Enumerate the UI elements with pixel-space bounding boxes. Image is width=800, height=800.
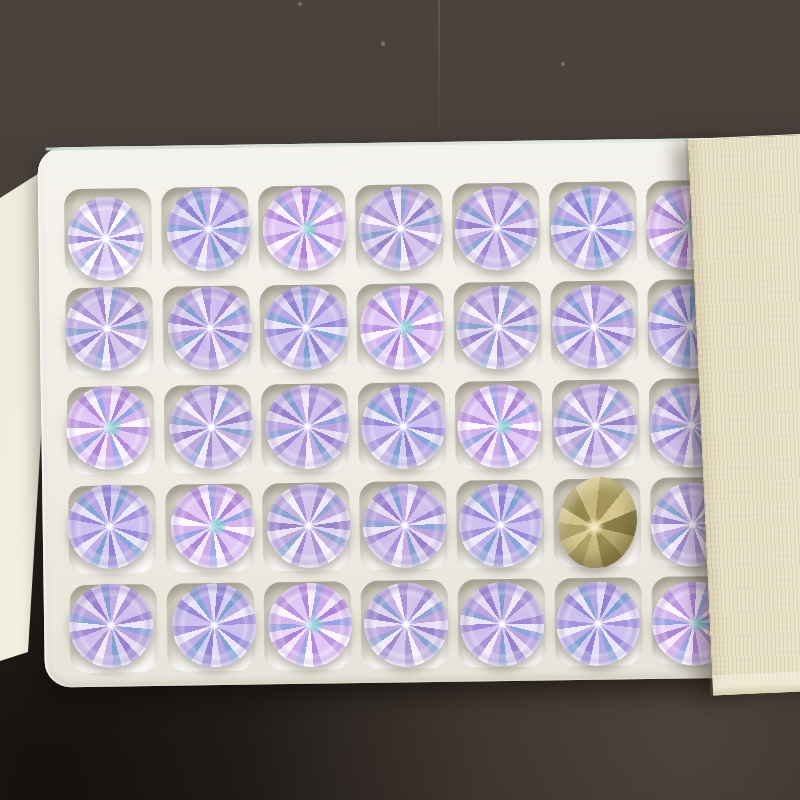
rivoli-crystal-face-up	[456, 384, 541, 469]
rivoli-crystal-face-up	[264, 384, 349, 469]
rivoli-crystal-face-up	[67, 196, 144, 281]
rivoli-crystal-face-up	[552, 383, 637, 468]
tray-cell	[552, 379, 640, 468]
rivoli-crystal-face-up	[170, 484, 255, 569]
rivoli-crystal-face-up	[64, 286, 149, 371]
rivoli-crystal-face-up	[363, 582, 448, 667]
tray-cell	[452, 183, 540, 272]
tray-cell	[359, 481, 447, 570]
tray-cell	[262, 482, 350, 571]
tray-cell	[264, 581, 352, 670]
tray-cell	[70, 584, 158, 673]
rivoli-crystal-face-up	[358, 186, 443, 271]
tray-cell	[261, 383, 349, 472]
tray-cell	[164, 385, 252, 474]
rivoli-crystal-face-up	[550, 185, 635, 270]
rivoli-crystal-face-up	[360, 384, 445, 469]
rivoli-crystal-face-up	[551, 284, 636, 369]
tray-cell	[549, 181, 637, 270]
tray-cell	[64, 188, 152, 277]
rivoli-crystal-face-up	[458, 483, 543, 568]
rivoli-crystal-face-up	[555, 581, 640, 666]
gem-grid	[64, 180, 740, 673]
tray-cell	[456, 480, 544, 569]
tray-cell	[67, 386, 155, 475]
tray-cell	[68, 485, 156, 574]
tray-cell	[550, 280, 638, 369]
rivoli-crystal-face-up	[262, 186, 347, 271]
rivoli-crystal-face-up	[168, 385, 253, 470]
rivoli-crystal-face-up	[67, 484, 152, 569]
rivoli-crystal-face-up	[263, 285, 348, 370]
tray-cell	[162, 286, 250, 375]
rivoli-crystal-gold-back	[549, 470, 645, 576]
tray-cell	[458, 579, 546, 668]
tray-cell	[361, 580, 449, 669]
tray-cell	[455, 381, 543, 470]
tray-cell	[161, 187, 249, 276]
rivoli-crystal-face-up	[68, 583, 153, 668]
tray-cell	[259, 284, 347, 373]
tray-cell	[453, 282, 541, 371]
tray-cell	[355, 184, 443, 273]
tray-cell	[65, 287, 153, 376]
rivoli-crystal-face-up	[266, 483, 351, 568]
dust-speck	[381, 41, 385, 46]
tray-cell	[553, 478, 641, 567]
tray-cell	[555, 577, 643, 666]
rivoli-crystal-face-up	[362, 483, 447, 568]
rivoli-crystal-face-up	[359, 285, 444, 370]
rivoli-crystal-face-up	[267, 582, 352, 667]
rivoli-crystal-face-up	[455, 285, 540, 370]
rivoli-crystal-face-up	[171, 583, 256, 668]
tray-cell	[165, 484, 253, 573]
rivoli-crystal-face-up	[166, 187, 251, 272]
scratch-mark	[438, 0, 440, 132]
tray-cell	[358, 382, 446, 471]
dust-speck	[298, 2, 302, 6]
tray-cell	[356, 283, 444, 372]
tray-cell	[167, 583, 255, 672]
rivoli-crystal-face-up	[454, 186, 539, 271]
crystal-tray	[37, 138, 744, 688]
tray-cell	[258, 185, 346, 274]
rivoli-crystal-face-up	[167, 286, 252, 371]
rivoli-crystal-face-up	[459, 582, 544, 667]
rivoli-crystal-face-up	[65, 385, 150, 470]
dust-speck	[561, 62, 565, 66]
